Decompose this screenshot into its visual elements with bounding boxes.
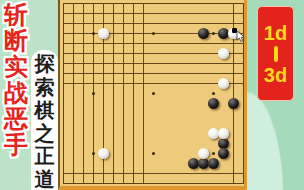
black-stone [218,28,229,39]
title-char: 恶 [4,106,28,132]
title-char: 棋 [35,99,55,122]
star-point [152,92,155,95]
title-char: 探 [35,53,55,76]
title-char: 斩 [4,2,28,28]
black-stone [208,98,219,109]
star-point [152,32,155,35]
title-char: 断 [4,28,28,54]
title-char: 实 [4,54,28,80]
star-point [212,92,215,95]
rank-bottom: 3d [264,65,287,85]
black-vertical-title: 探索棋之正道 [31,53,58,190]
white-stone [218,78,229,89]
star-point [92,152,95,155]
white-stone [98,148,109,159]
white-stone [98,28,109,39]
right-strip: 1d 3d [247,0,304,190]
goban-grid [58,0,248,188]
rank-top: 1d [264,23,287,43]
go-board [58,0,247,190]
black-stone [218,138,229,149]
title-char: 之 [35,122,55,145]
title-char: 手 [4,132,28,158]
title-char: 索 [35,76,55,99]
star-point [212,152,215,155]
rank-badge: 1d 3d [257,6,294,101]
video-thumbnail[interactable]: 斩断实战恶手 探索棋之正道 1d 3d [0,0,304,190]
star-point [92,32,95,35]
black-stone [208,158,219,169]
white-stone [198,148,209,159]
star-point [212,32,215,35]
left-title-panel: 斩断实战恶手 探索棋之正道 [0,0,58,190]
star-point [152,152,155,155]
title-char: 道 [35,168,55,190]
black-stone [198,28,209,39]
white-stone [218,128,229,139]
title-char: 正 [35,145,55,168]
red-vertical-title: 斩断实战恶手 [0,2,32,158]
title-char: 战 [4,80,28,106]
black-stone [218,148,229,159]
star-point [92,92,95,95]
black-stone [228,98,239,109]
white-stone [208,128,219,139]
mouse-cursor-icon [236,31,246,43]
white-stone [218,48,229,59]
rank-separator [274,46,278,62]
black-stone [198,158,209,169]
black-stone [188,158,199,169]
